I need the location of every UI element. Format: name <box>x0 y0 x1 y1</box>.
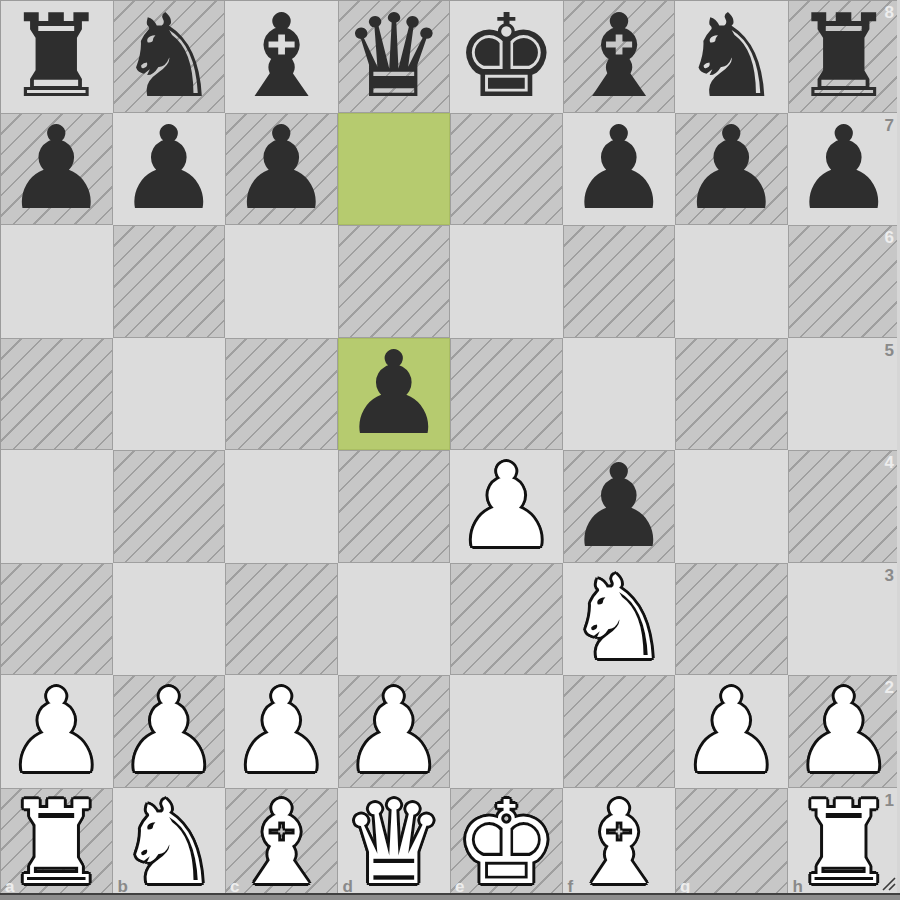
white-pawn-b2[interactable]: ♟ <box>113 675 226 788</box>
square-d3[interactable] <box>338 563 451 676</box>
square-h3[interactable]: 3 <box>788 563 900 676</box>
square-b4[interactable] <box>113 450 226 563</box>
white-pawn-g2[interactable]: ♟ <box>675 675 788 788</box>
white-bishop-f1[interactable]: ♝ <box>563 788 676 900</box>
square-a8[interactable]: ♜ <box>0 0 113 113</box>
square-e8[interactable]: ♚ <box>450 0 563 113</box>
white-queen-d1[interactable]: ♛ <box>338 788 451 900</box>
black-pawn-f4[interactable]: ♟ <box>563 450 676 563</box>
square-e5[interactable] <box>450 338 563 451</box>
square-c6[interactable] <box>225 225 338 338</box>
square-g1[interactable]: g <box>675 788 788 900</box>
square-h7[interactable]: ♟7 <box>788 113 900 226</box>
white-bishop-c1[interactable]: ♝ <box>225 788 338 900</box>
black-pawn-d5[interactable]: ♟ <box>338 338 451 451</box>
white-rook-a1[interactable]: ♜ <box>0 788 113 900</box>
square-g8[interactable]: ♞ <box>675 0 788 113</box>
square-d2[interactable]: ♟ <box>338 675 451 788</box>
white-knight-b1[interactable]: ♞ <box>113 788 226 900</box>
board-resize-handle[interactable] <box>882 877 896 891</box>
black-pawn-g7[interactable]: ♟ <box>675 113 788 226</box>
black-rook-a8[interactable]: ♜ <box>0 0 113 113</box>
white-pawn-d2[interactable]: ♟ <box>338 675 451 788</box>
black-pawn-h7[interactable]: ♟ <box>788 113 900 226</box>
square-b8[interactable]: ♞ <box>113 0 226 113</box>
square-d4[interactable] <box>338 450 451 563</box>
black-pawn-c7[interactable]: ♟ <box>225 113 338 226</box>
square-c5[interactable] <box>225 338 338 451</box>
square-d6[interactable] <box>338 225 451 338</box>
square-g7[interactable]: ♟ <box>675 113 788 226</box>
square-a6[interactable] <box>0 225 113 338</box>
square-b1[interactable]: ♞b <box>113 788 226 900</box>
square-d8[interactable]: ♛ <box>338 0 451 113</box>
square-f6[interactable] <box>563 225 676 338</box>
white-knight-f3[interactable]: ♞ <box>563 563 676 676</box>
square-d1[interactable]: ♛d <box>338 788 451 900</box>
square-e7[interactable] <box>450 113 563 226</box>
square-a3[interactable] <box>0 563 113 676</box>
chess-board: ♜♞♝♛♚♝♞♜8♟♟♟♟♟♟76♟5♟♟4♞3♟♟♟♟♟♟2♜a♞b♝c♛d♚… <box>0 0 900 900</box>
square-c1[interactable]: ♝c <box>225 788 338 900</box>
black-knight-g8[interactable]: ♞ <box>675 0 788 113</box>
square-b6[interactable] <box>113 225 226 338</box>
black-king-e8[interactable]: ♚ <box>450 0 563 113</box>
white-king-e1[interactable]: ♚ <box>450 788 563 900</box>
square-f7[interactable]: ♟ <box>563 113 676 226</box>
square-g2[interactable]: ♟ <box>675 675 788 788</box>
square-e4[interactable]: ♟ <box>450 450 563 563</box>
square-h5[interactable]: 5 <box>788 338 900 451</box>
white-pawn-c2[interactable]: ♟ <box>225 675 338 788</box>
white-pawn-h2[interactable]: ♟ <box>788 675 900 788</box>
square-a5[interactable] <box>0 338 113 451</box>
black-rook-h8[interactable]: ♜ <box>788 0 900 113</box>
square-g3[interactable] <box>675 563 788 676</box>
square-c4[interactable] <box>225 450 338 563</box>
square-d5[interactable]: ♟ <box>338 338 451 451</box>
square-h4[interactable]: 4 <box>788 450 900 563</box>
square-f5[interactable] <box>563 338 676 451</box>
square-c3[interactable] <box>225 563 338 676</box>
square-h8[interactable]: ♜8 <box>788 0 900 113</box>
square-f8[interactable]: ♝ <box>563 0 676 113</box>
square-e3[interactable] <box>450 563 563 676</box>
square-g6[interactable] <box>675 225 788 338</box>
square-a1[interactable]: ♜a <box>0 788 113 900</box>
square-h2[interactable]: ♟2 <box>788 675 900 788</box>
page-edge-bottom <box>0 893 900 900</box>
square-c7[interactable]: ♟ <box>225 113 338 226</box>
coord-rank-4: 4 <box>885 453 894 473</box>
coord-rank-3: 3 <box>885 566 894 586</box>
square-b2[interactable]: ♟ <box>113 675 226 788</box>
chess-board-container: ♜♞♝♛♚♝♞♜8♟♟♟♟♟♟76♟5♟♟4♞3♟♟♟♟♟♟2♜a♞b♝c♛d♚… <box>0 0 900 900</box>
square-h6[interactable]: 6 <box>788 225 900 338</box>
coord-rank-5: 5 <box>885 341 894 361</box>
square-f3[interactable]: ♞ <box>563 563 676 676</box>
black-queen-d8[interactable]: ♛ <box>338 0 451 113</box>
square-b7[interactable]: ♟ <box>113 113 226 226</box>
square-g4[interactable] <box>675 450 788 563</box>
square-a7[interactable]: ♟ <box>0 113 113 226</box>
square-e6[interactable] <box>450 225 563 338</box>
black-pawn-b7[interactable]: ♟ <box>113 113 226 226</box>
square-e2[interactable] <box>450 675 563 788</box>
white-pawn-e4[interactable]: ♟ <box>450 450 563 563</box>
square-c8[interactable]: ♝ <box>225 0 338 113</box>
square-b5[interactable] <box>113 338 226 451</box>
black-pawn-a7[interactable]: ♟ <box>0 113 113 226</box>
square-f1[interactable]: ♝f <box>563 788 676 900</box>
square-f2[interactable] <box>563 675 676 788</box>
square-a2[interactable]: ♟ <box>0 675 113 788</box>
square-e1[interactable]: ♚e <box>450 788 563 900</box>
black-bishop-f8[interactable]: ♝ <box>563 0 676 113</box>
square-g5[interactable] <box>675 338 788 451</box>
white-pawn-a2[interactable]: ♟ <box>0 675 113 788</box>
square-d7[interactable] <box>338 113 451 226</box>
square-f4[interactable]: ♟ <box>563 450 676 563</box>
square-a4[interactable] <box>0 450 113 563</box>
black-pawn-f7[interactable]: ♟ <box>563 113 676 226</box>
square-c2[interactable]: ♟ <box>225 675 338 788</box>
black-knight-b8[interactable]: ♞ <box>113 0 226 113</box>
square-b3[interactable] <box>113 563 226 676</box>
black-bishop-c8[interactable]: ♝ <box>225 0 338 113</box>
